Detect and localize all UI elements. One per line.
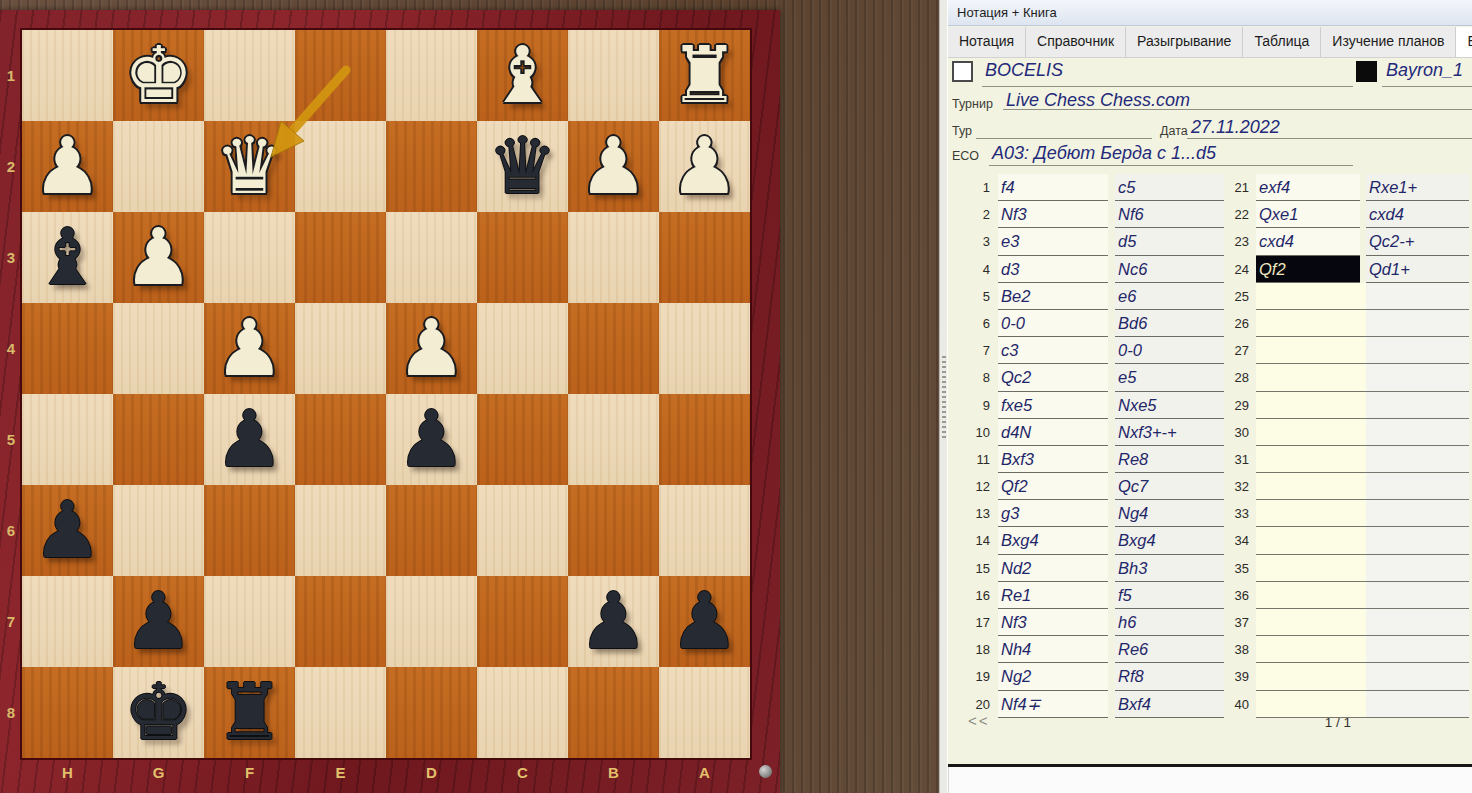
move-cell-4-black[interactable]: Nc6 <box>1115 256 1224 283</box>
move-cell-19-white[interactable]: Ng2 <box>998 663 1108 690</box>
piece-black-bishop[interactable]: ♝ <box>22 212 113 303</box>
white-side-icon <box>952 61 973 82</box>
file-label-b: B <box>568 764 659 781</box>
square-h2[interactable]: ♟ <box>22 121 113 212</box>
piece-black-queen[interactable]: ♛ <box>477 121 568 212</box>
move-cell-21-black[interactable]: Rxe1+ <box>1366 174 1469 201</box>
rank-label-2: 2 <box>0 158 22 175</box>
move-row-20: 20Nf4∓Bxf4 <box>956 691 1224 718</box>
move-cell-23-white[interactable]: cxd4 <box>1256 228 1360 255</box>
move-cell-23-black[interactable]: Qc2-+ <box>1366 228 1469 255</box>
move-cell-gap <box>1108 201 1115 228</box>
move-row-3: 3e3d5 <box>956 228 1224 255</box>
move-cell-8-black[interactable]: e5 <box>1115 364 1224 391</box>
move-number-9: 9 <box>956 392 990 419</box>
move-cell-5-black[interactable]: e6 <box>1115 283 1224 310</box>
collapse-button[interactable]: << <box>968 712 990 729</box>
move-cell-4-white[interactable]: d3 <box>998 256 1108 283</box>
move-cell-26-white <box>1256 310 1360 336</box>
move-cell-29-black <box>1366 392 1469 418</box>
square-h8[interactable] <box>22 667 113 758</box>
move-cell-18-black[interactable]: Re6 <box>1115 636 1224 663</box>
piece-white-bishop[interactable]: ♝ <box>477 30 568 121</box>
move-cell-7-black[interactable]: 0-0 <box>1115 337 1224 364</box>
move-cell-15-black[interactable]: Bh3 <box>1115 555 1224 582</box>
move-cell-16-black[interactable]: f5 <box>1115 582 1224 609</box>
square-h6[interactable]: ♟ <box>22 485 113 576</box>
move-cell-gap <box>1108 527 1115 554</box>
move-row-10: 10d4NNxf3+-+ <box>956 419 1224 446</box>
move-number-15: 15 <box>956 555 990 582</box>
move-cell-24-black[interactable]: Qd1+ <box>1366 256 1469 283</box>
move-cell-32-white <box>1256 473 1360 499</box>
file-label-d: D <box>386 764 477 781</box>
square-c8[interactable] <box>477 667 568 758</box>
round-underline <box>976 138 1152 139</box>
move-cell-6-white[interactable]: 0-0 <box>998 310 1108 337</box>
move-cell-6-black[interactable]: Bd6 <box>1115 310 1224 337</box>
move-cell-gap <box>1108 283 1115 310</box>
move-row-5: 5Be2e6 <box>956 283 1224 310</box>
round-label: Тур <box>952 124 972 138</box>
move-number-16: 16 <box>956 582 990 609</box>
move-cell-27-white <box>1256 337 1360 363</box>
piece-white-pawn[interactable]: ♟ <box>113 212 204 303</box>
piece-black-pawn[interactable]: ♟ <box>22 485 113 576</box>
square-f8[interactable]: ♜ <box>204 667 295 758</box>
tab-нотация[interactable]: Нотация <box>948 27 1026 57</box>
square-b8[interactable] <box>568 667 659 758</box>
move-cell-36-white <box>1256 582 1360 608</box>
move-number-25: 25 <box>1229 283 1249 310</box>
move-cell-gap <box>1108 419 1115 446</box>
move-cell-gap <box>1108 636 1115 663</box>
move-cell-28-black <box>1366 364 1469 390</box>
move-cell-3-white[interactable]: e3 <box>998 228 1108 255</box>
square-g5[interactable] <box>113 394 204 485</box>
game-header: BOCELIS Bayron_1 Турнир Live Chess Chess… <box>948 57 1472 174</box>
square-f5[interactable]: ♟ <box>204 394 295 485</box>
move-row-37: 37 <box>1229 609 1469 636</box>
square-h5[interactable] <box>22 394 113 485</box>
move-cell-3-black[interactable]: d5 <box>1115 228 1224 255</box>
move-cell-28-white <box>1256 364 1360 390</box>
move-number-24: 24 <box>1229 256 1249 283</box>
tournament-label: Турнир <box>952 97 993 111</box>
square-c5[interactable] <box>477 394 568 485</box>
square-e3[interactable] <box>295 212 386 303</box>
square-d4[interactable]: ♟ <box>386 303 477 394</box>
move-cell-32-black <box>1366 473 1469 499</box>
move-cell-20-white[interactable]: Nf4∓ <box>998 691 1108 718</box>
move-cell-24-white[interactable]: Qf2 <box>1256 256 1360 283</box>
move-number-10: 10 <box>956 419 990 446</box>
move-cell-gap <box>1108 446 1115 473</box>
move-cell-13-black[interactable]: Ng4 <box>1115 500 1224 527</box>
square-d2[interactable] <box>386 121 477 212</box>
move-cell-17-white[interactable]: Nf3 <box>998 609 1108 636</box>
piece-white-queen[interactable]: ♛ <box>204 121 295 212</box>
move-number-22: 22 <box>1229 201 1249 228</box>
move-cell-13-white[interactable]: g3 <box>998 500 1108 527</box>
move-row-8: 8Qc2e5 <box>956 364 1224 391</box>
square-c4[interactable] <box>477 303 568 394</box>
move-row-21: 21exf4Rxe1+ <box>1229 174 1469 201</box>
square-h4[interactable] <box>22 303 113 394</box>
square-b7[interactable]: ♟ <box>568 576 659 667</box>
square-a3[interactable] <box>659 212 750 303</box>
move-cell-2-white[interactable]: Nf3 <box>998 201 1108 228</box>
move-cell-gap <box>1108 555 1115 582</box>
move-row-1: 1f4c5 <box>956 174 1224 201</box>
square-g6[interactable] <box>113 485 204 576</box>
move-cell-gap <box>1108 337 1115 364</box>
move-number-40: 40 <box>1229 691 1249 718</box>
square-h3[interactable]: ♝ <box>22 212 113 303</box>
square-b1[interactable] <box>568 30 659 121</box>
move-cell-27-black <box>1366 337 1469 363</box>
move-row-27: 27 <box>1229 337 1469 364</box>
panel-title: Нотация + Книга <box>948 0 1472 26</box>
move-number-3: 3 <box>956 228 990 255</box>
move-number-1: 1 <box>956 174 990 201</box>
square-b4[interactable] <box>568 303 659 394</box>
move-cell-12-black[interactable]: Qc7 <box>1115 473 1224 500</box>
square-g1[interactable]: ♚ <box>113 30 204 121</box>
move-cell-30-black <box>1366 419 1469 445</box>
piece-white-pawn[interactable]: ♟ <box>568 121 659 212</box>
move-column-21-40: 21exf4Rxe1+22Qxe1cxd423cxd4Qc2-+24Qf2Qd1… <box>1229 174 1469 718</box>
square-c3[interactable] <box>477 212 568 303</box>
square-f6[interactable] <box>204 485 295 576</box>
file-label-f: F <box>204 764 295 781</box>
move-cell-7-white[interactable]: c3 <box>998 337 1108 364</box>
square-b2[interactable]: ♟ <box>568 121 659 212</box>
rank-label-6: 6 <box>0 522 22 539</box>
square-d6[interactable] <box>386 485 477 576</box>
move-cell-16-white[interactable]: Re1 <box>998 582 1108 609</box>
move-cell-1-black[interactable]: c5 <box>1115 174 1224 201</box>
date-label: Дата <box>1160 124 1188 138</box>
piece-black-pawn[interactable]: ♟ <box>659 576 750 667</box>
move-number-21: 21 <box>1229 174 1249 201</box>
move-row-32: 32 <box>1229 473 1469 500</box>
square-d1[interactable] <box>386 30 477 121</box>
move-cell-9-white[interactable]: fxe5 <box>998 392 1108 419</box>
move-cell-14-black[interactable]: Bxg4 <box>1115 527 1224 554</box>
tab-разыгрывание[interactable]: Разыгрывание <box>1126 27 1243 57</box>
square-e1[interactable] <box>295 30 386 121</box>
move-cell-gap <box>1108 174 1115 201</box>
move-cell-14-white[interactable]: Bxg4 <box>998 527 1108 554</box>
move-cell-8-white[interactable]: Qc2 <box>998 364 1108 391</box>
move-number-18: 18 <box>956 636 990 663</box>
move-row-14: 14Bxg4Bxg4 <box>956 527 1224 554</box>
move-cell-gap <box>1108 609 1115 636</box>
square-c6[interactable] <box>477 485 568 576</box>
move-number-6: 6 <box>956 310 990 337</box>
square-e8[interactable] <box>295 667 386 758</box>
rank-label-4: 4 <box>0 340 22 357</box>
move-row-13: 13g3Ng4 <box>956 500 1224 527</box>
square-c7[interactable] <box>477 576 568 667</box>
square-d8[interactable] <box>386 667 477 758</box>
move-cell-33-white <box>1256 500 1360 526</box>
move-cell-19-black[interactable]: Rf8 <box>1115 663 1224 690</box>
square-g4[interactable] <box>113 303 204 394</box>
piece-white-pawn[interactable]: ♟ <box>386 303 477 394</box>
rank-label-7: 7 <box>0 613 22 630</box>
square-g8[interactable]: ♚ <box>113 667 204 758</box>
date-underline <box>1187 138 1472 139</box>
move-row-40: 40 <box>1229 691 1469 718</box>
square-b3[interactable] <box>568 212 659 303</box>
move-number-2: 2 <box>956 201 990 228</box>
black-player-underline <box>1382 86 1472 87</box>
move-cell-2-black[interactable]: Nf6 <box>1115 201 1224 228</box>
board-squares: ♚♝♜♟♛♛♟♟♝♟♟♟♟♟♟♟♟♟♚♜ <box>22 30 750 758</box>
white-player-name[interactable]: BOCELIS <box>985 60 1063 81</box>
move-cell-gap <box>1108 500 1115 527</box>
piece-white-pawn[interactable]: ♟ <box>659 121 750 212</box>
move-cell-10-black[interactable]: Nxf3+-+ <box>1115 419 1224 446</box>
rank-label-8: 8 <box>0 704 22 721</box>
file-label-e: E <box>295 764 386 781</box>
move-cell-gap <box>1108 228 1115 255</box>
move-row-33: 33 <box>1229 500 1469 527</box>
tab-таблица[interactable]: Таблица <box>1243 27 1321 57</box>
move-row-18: 18Nh4Re6 <box>956 636 1224 663</box>
square-e5[interactable] <box>295 394 386 485</box>
square-d3[interactable] <box>386 212 477 303</box>
move-number-4: 4 <box>956 256 990 283</box>
move-row-2: 2Nf3Nf6 <box>956 201 1224 228</box>
square-e6[interactable] <box>295 485 386 576</box>
chess-board: ♚♝♜♟♛♛♟♟♝♟♟♟♟♟♟♟♟♟♚♜ 12345678 HGFEDCBA <box>0 10 780 793</box>
move-number-19: 19 <box>956 663 990 690</box>
move-cell-39-black <box>1366 663 1469 689</box>
move-row-12: 12Qf2Qc7 <box>956 473 1224 500</box>
move-cell-38-black <box>1366 636 1469 662</box>
move-cell-20-black[interactable]: Bxf4 <box>1115 691 1224 718</box>
move-cell-18-white[interactable]: Nh4 <box>998 636 1108 663</box>
move-cell-10-white[interactable]: d4N <box>998 419 1108 446</box>
move-cell-36-black <box>1366 582 1469 608</box>
square-b5[interactable] <box>568 394 659 485</box>
move-cell-gap <box>1108 473 1115 500</box>
move-cell-39-white <box>1256 663 1360 689</box>
date-value[interactable]: 27.11.2022 <box>1191 117 1280 138</box>
move-number-23: 23 <box>1229 228 1249 255</box>
move-cell-gap <box>1108 663 1115 690</box>
square-f2[interactable]: ♛ <box>204 121 295 212</box>
move-number-26: 26 <box>1229 310 1249 337</box>
square-e7[interactable] <box>295 576 386 667</box>
move-cell-30-white <box>1256 419 1360 445</box>
black-player-name[interactable]: Bayron_1 <box>1386 60 1463 81</box>
square-f3[interactable] <box>204 212 295 303</box>
move-row-23: 23cxd4Qc2-+ <box>1229 228 1469 255</box>
square-g7[interactable]: ♟ <box>113 576 204 667</box>
move-row-31: 31 <box>1229 446 1469 473</box>
rank-label-1: 1 <box>0 67 22 84</box>
square-a6[interactable] <box>659 485 750 576</box>
move-number-32: 32 <box>1229 473 1249 500</box>
move-number-17: 17 <box>956 609 990 636</box>
move-row-16: 16Re1f5 <box>956 582 1224 609</box>
eco-value[interactable]: A03: Дебют Берда с 1...d5 <box>992 143 1216 164</box>
square-e4[interactable] <box>295 303 386 394</box>
move-row-38: 38 <box>1229 636 1469 663</box>
tournament-underline <box>1003 109 1472 110</box>
move-number-11: 11 <box>956 446 990 473</box>
move-row-30: 30 <box>1229 419 1469 446</box>
move-cell-31-white <box>1256 446 1360 472</box>
move-number-29: 29 <box>1229 392 1249 419</box>
move-number-35: 35 <box>1229 555 1249 582</box>
tab-бланк[interactable]: Бланк <box>1456 27 1472 57</box>
piece-white-king[interactable]: ♚ <box>113 30 204 121</box>
move-cell-34-black <box>1366 527 1469 553</box>
move-row-4: 4d3Nc6 <box>956 256 1224 283</box>
move-cell-11-black[interactable]: Re8 <box>1115 446 1224 473</box>
square-e2[interactable] <box>295 121 386 212</box>
move-number-31: 31 <box>1229 446 1249 473</box>
move-row-36: 36 <box>1229 582 1469 609</box>
move-cell-37-black <box>1366 609 1469 635</box>
move-number-12: 12 <box>956 473 990 500</box>
move-number-33: 33 <box>1229 500 1249 527</box>
move-cell-22-black[interactable]: cxd4 <box>1366 201 1469 228</box>
tab-изучение планов[interactable]: Изучение планов <box>1321 27 1456 57</box>
tab-справочник[interactable]: Справочник <box>1026 27 1126 57</box>
file-label-c: C <box>477 764 568 781</box>
move-cell-17-black[interactable]: h6 <box>1115 609 1224 636</box>
app-root: ♚♝♜♟♛♛♟♟♝♟♟♟♟♟♟♟♟♟♚♜ 12345678 HGFEDCBA Н… <box>0 0 1472 793</box>
move-cell-35-white <box>1256 555 1360 581</box>
move-cell-1-white[interactable]: f4 <box>998 174 1108 201</box>
square-g2[interactable] <box>113 121 204 212</box>
square-f7[interactable] <box>204 576 295 667</box>
square-h1[interactable] <box>22 30 113 121</box>
move-cell-37-white <box>1256 609 1360 635</box>
move-cell-25-black <box>1366 283 1469 309</box>
square-a7[interactable]: ♟ <box>659 576 750 667</box>
move-row-11: 11Bxf3Re8 <box>956 446 1224 473</box>
move-cell-9-black[interactable]: Nxe5 <box>1115 392 1224 419</box>
move-number-36: 36 <box>1229 582 1249 609</box>
move-row-17: 17Nf3h6 <box>956 609 1224 636</box>
move-cell-22-white[interactable]: Qxe1 <box>1256 201 1360 228</box>
move-number-14: 14 <box>956 527 990 554</box>
piece-black-rook[interactable]: ♜ <box>204 667 295 758</box>
piece-black-pawn[interactable]: ♟ <box>386 394 477 485</box>
square-f1[interactable] <box>204 30 295 121</box>
page-indicator: 1 / 1 <box>1303 715 1373 730</box>
square-g3[interactable]: ♟ <box>113 212 204 303</box>
tournament-value[interactable]: Live Chess Chess.com <box>1006 90 1190 111</box>
move-cell-29-white <box>1256 392 1360 418</box>
square-a2[interactable]: ♟ <box>659 121 750 212</box>
move-row-9: 9fxe5Nxe5 <box>956 392 1224 419</box>
move-cell-gap <box>1108 256 1115 283</box>
move-cell-gap <box>1108 310 1115 337</box>
move-number-30: 30 <box>1229 419 1249 446</box>
square-c2[interactable]: ♛ <box>477 121 568 212</box>
tab-bar: НотацияСправочникРазыгрываниеТаблицаИзуч… <box>948 27 1472 58</box>
move-cell-21-white[interactable]: exf4 <box>1256 174 1360 201</box>
move-number-27: 27 <box>1229 337 1249 364</box>
piece-black-king[interactable]: ♚ <box>113 667 204 758</box>
move-cell-5-white[interactable]: Be2 <box>998 283 1108 310</box>
piece-black-pawn[interactable]: ♟ <box>113 576 204 667</box>
move-row-29: 29 <box>1229 392 1469 419</box>
square-h7[interactable] <box>22 576 113 667</box>
move-cell-gap <box>1108 582 1115 609</box>
move-row-7: 7c30-0 <box>956 337 1224 364</box>
move-row-24: 24Qf2Qd1+ <box>1229 256 1469 283</box>
corner-pin-icon <box>759 765 772 778</box>
move-cell-gap <box>1108 691 1115 718</box>
move-row-25: 25 <box>1229 283 1469 310</box>
move-number-39: 39 <box>1229 663 1249 690</box>
move-row-15: 15Nd2Bh3 <box>956 555 1224 582</box>
square-f4[interactable]: ♟ <box>204 303 295 394</box>
square-d7[interactable] <box>386 576 477 667</box>
move-number-38: 38 <box>1229 636 1249 663</box>
square-d5[interactable]: ♟ <box>386 394 477 485</box>
move-cell-26-black <box>1366 310 1469 336</box>
move-cell-15-white[interactable]: Nd2 <box>998 555 1108 582</box>
white-player-underline <box>982 86 1353 87</box>
lower-pane <box>948 767 1472 793</box>
square-a1[interactable]: ♜ <box>659 30 750 121</box>
move-cell-12-white[interactable]: Qf2 <box>998 473 1108 500</box>
file-label-g: G <box>113 764 204 781</box>
move-number-13: 13 <box>956 500 990 527</box>
move-cell-33-black <box>1366 500 1469 526</box>
move-row-35: 35 <box>1229 555 1469 582</box>
move-cell-35-black <box>1366 555 1469 581</box>
move-row-34: 34 <box>1229 527 1469 554</box>
piece-white-pawn[interactable]: ♟ <box>22 121 113 212</box>
move-cell-31-black <box>1366 446 1469 472</box>
eco-underline <box>989 165 1353 166</box>
move-number-5: 5 <box>956 283 990 310</box>
move-row-19: 19Ng2Rf8 <box>956 663 1224 690</box>
square-a8[interactable] <box>659 667 750 758</box>
move-number-7: 7 <box>956 337 990 364</box>
rank-label-3: 3 <box>0 249 22 266</box>
piece-white-rook[interactable]: ♜ <box>659 30 750 121</box>
move-column-1-20: 1f4c52Nf3Nf63e3d54d3Nc65Be2e660-0Bd67c30… <box>956 174 1224 718</box>
notation-panel: Нотация + Книга НотацияСправочникРазыгры… <box>947 0 1472 793</box>
move-number-37: 37 <box>1229 609 1249 636</box>
piece-black-pawn[interactable]: ♟ <box>568 576 659 667</box>
square-a4[interactable] <box>659 303 750 394</box>
move-cell-11-white[interactable]: Bxf3 <box>998 446 1108 473</box>
move-cell-gap <box>1108 392 1115 419</box>
move-row-39: 39 <box>1229 663 1469 690</box>
move-cell-34-white <box>1256 527 1360 553</box>
square-b6[interactable] <box>568 485 659 576</box>
rank-label-5: 5 <box>0 431 22 448</box>
piece-black-pawn[interactable]: ♟ <box>204 394 295 485</box>
square-a5[interactable] <box>659 394 750 485</box>
piece-white-pawn[interactable]: ♟ <box>204 303 295 394</box>
square-c1[interactable]: ♝ <box>477 30 568 121</box>
move-number-28: 28 <box>1229 364 1249 391</box>
